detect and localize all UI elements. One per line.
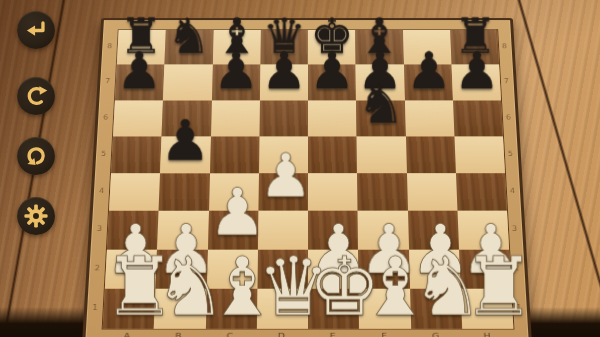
square-h4[interactable]	[456, 173, 507, 211]
square-f5[interactable]	[357, 136, 407, 173]
file-label-f: F	[358, 331, 410, 337]
square-e5[interactable]	[308, 136, 357, 173]
white-rook-a1[interactable]: ♜	[103, 246, 154, 327]
square-b8[interactable]: ♞	[165, 30, 214, 65]
rank-label-6: 6	[97, 99, 114, 135]
rank-label-7: 7	[99, 64, 116, 99]
file-label-a: A	[101, 331, 153, 337]
white-rook-h1[interactable]: ♜	[462, 246, 513, 327]
square-f1[interactable]: ♝	[359, 289, 411, 329]
black-pawn-b5[interactable]: ♟	[160, 113, 209, 169]
white-knight-g1[interactable]: ♞	[411, 246, 462, 327]
file-label-c: C	[204, 331, 256, 337]
rank-label-4: 4	[504, 172, 521, 210]
file-labels: ABCDEFGH	[101, 331, 513, 337]
rank-label-4: 4	[93, 172, 110, 210]
board-area: ♜♞♝♛♚♝♜♟♟♟♟♟♟♟♞♟♟♟♟♟♟♟♟♟♜♞♝♛♚♝♞♜ ABCDEFG…	[92, 0, 516, 337]
file-label-e: E	[307, 331, 359, 337]
undo-button[interactable]	[17, 137, 55, 175]
square-h6[interactable]	[453, 100, 503, 136]
undo-curved-arrow-icon	[23, 143, 49, 169]
square-e7[interactable]: ♟	[308, 65, 356, 100]
square-c1[interactable]: ♝	[205, 289, 257, 329]
square-a7[interactable]: ♟	[115, 65, 165, 100]
white-bishop-c1[interactable]: ♝	[205, 246, 256, 327]
square-h5[interactable]	[454, 136, 505, 173]
file-label-g: G	[410, 331, 462, 337]
back-button[interactable]	[17, 11, 55, 49]
sidebar	[0, 0, 78, 337]
square-c6[interactable]	[211, 100, 260, 136]
restart-circular-arrow-icon	[23, 83, 49, 109]
file-label-b: B	[152, 331, 204, 337]
square-g4[interactable]	[406, 173, 457, 211]
square-f4[interactable]	[357, 173, 407, 211]
black-pawn-h7[interactable]: ♟	[453, 45, 501, 96]
square-g1[interactable]: ♞	[410, 289, 462, 329]
square-d6[interactable]	[259, 100, 308, 136]
rank-label-1: 1	[86, 288, 104, 328]
square-f6[interactable]: ♞	[356, 100, 405, 136]
square-c7[interactable]: ♟	[211, 65, 260, 100]
square-g5[interactable]	[405, 136, 455, 173]
white-knight-b1[interactable]: ♞	[154, 246, 205, 327]
square-h7[interactable]: ♟	[451, 65, 501, 100]
black-pawn-c7[interactable]: ♟	[212, 45, 260, 96]
square-g7[interactable]: ♟	[404, 65, 453, 100]
chess-app-screen: ♜♞♝♛♚♝♜♟♟♟♟♟♟♟♞♟♟♟♟♟♟♟♟♟♜♞♝♛♚♝♞♜ ABCDEFG…	[0, 0, 600, 337]
chess-board: ♜♞♝♛♚♝♜♟♟♟♟♟♟♟♞♟♟♟♟♟♟♟♟♟♜♞♝♛♚♝♞♜ ABCDEFG…	[82, 18, 532, 337]
rank-label-5: 5	[502, 136, 519, 173]
square-e4[interactable]	[308, 173, 358, 211]
square-a5[interactable]	[111, 136, 162, 173]
square-b7[interactable]	[163, 65, 212, 100]
square-a6[interactable]	[113, 100, 163, 136]
square-a4[interactable]	[109, 173, 160, 211]
square-h1[interactable]: ♜	[460, 289, 513, 329]
square-b1[interactable]: ♞	[154, 289, 206, 329]
back-arrow-icon	[23, 17, 49, 43]
square-d7[interactable]: ♟	[260, 65, 308, 100]
black-knight-f6[interactable]: ♞	[357, 78, 406, 131]
square-c5[interactable]	[210, 136, 260, 173]
file-label-h: H	[461, 331, 513, 337]
white-king-e1[interactable]: ♚	[308, 246, 359, 327]
rank-label-5: 5	[95, 136, 112, 173]
square-a1[interactable]: ♜	[103, 289, 156, 329]
gear-icon	[23, 203, 49, 229]
square-b4[interactable]	[159, 173, 210, 211]
black-pawn-e7[interactable]: ♟	[308, 45, 356, 96]
settings-button[interactable]	[17, 197, 55, 235]
black-pawn-g7[interactable]: ♟	[404, 45, 452, 96]
square-e6[interactable]	[308, 100, 357, 136]
black-knight-b8[interactable]: ♞	[165, 12, 213, 60]
white-bishop-f1[interactable]: ♝	[359, 246, 410, 327]
board-squares: ♜♞♝♛♚♝♜♟♟♟♟♟♟♟♞♟♟♟♟♟♟♟♟♟♜♞♝♛♚♝♞♜	[102, 29, 515, 329]
black-pawn-d7[interactable]: ♟	[260, 45, 308, 96]
restart-button[interactable]	[17, 77, 55, 115]
square-b5[interactable]: ♟	[160, 136, 210, 173]
square-g6[interactable]	[404, 100, 454, 136]
black-pawn-a7[interactable]: ♟	[115, 45, 163, 96]
square-e1[interactable]: ♚	[308, 289, 359, 329]
square-d1[interactable]: ♛	[257, 289, 308, 329]
white-queen-d1[interactable]: ♛	[257, 246, 308, 327]
rank-label-6: 6	[500, 99, 517, 135]
file-label-d: D	[255, 331, 307, 337]
